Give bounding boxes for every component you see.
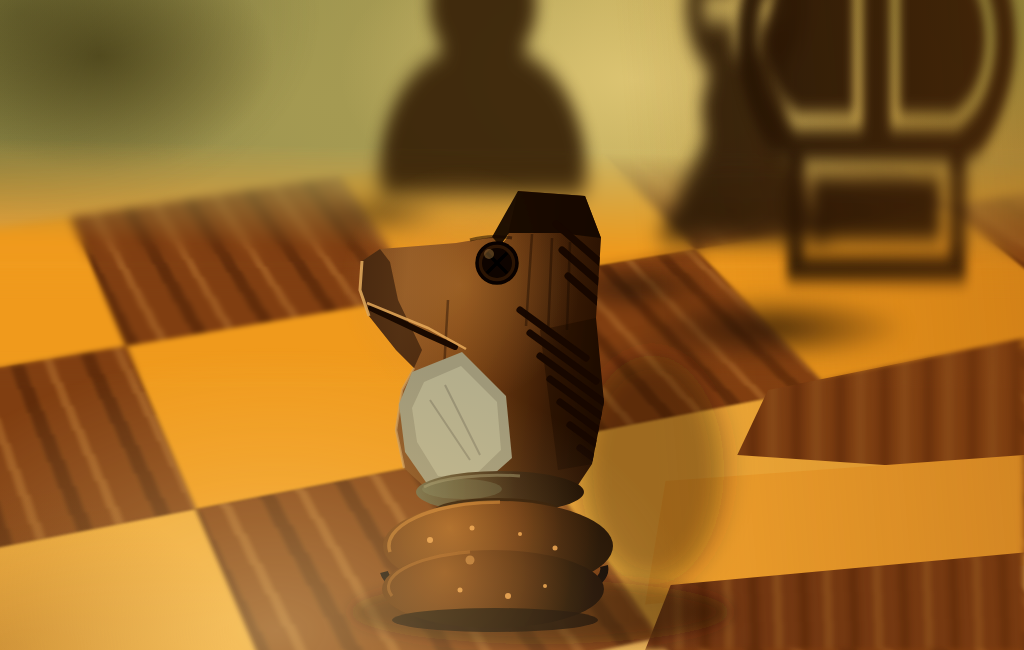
photo-scene: ♟ ♝ ♚ — [0, 0, 1024, 650]
background-blur — [0, 0, 1024, 265]
